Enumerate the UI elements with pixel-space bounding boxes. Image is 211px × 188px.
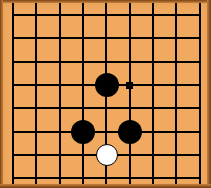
black-stone	[71, 120, 95, 144]
board-frame-top	[0, 0, 211, 3]
black-stone	[95, 73, 119, 97]
black-stone	[118, 120, 142, 144]
board-frame-bottom	[0, 184, 211, 188]
board-frame-left	[0, 0, 3, 188]
go-board	[0, 0, 211, 188]
white-stone	[96, 144, 118, 166]
hoshi-marker	[126, 82, 133, 89]
board-frame-right	[207, 0, 211, 188]
stones-layer	[2, 4, 211, 188]
